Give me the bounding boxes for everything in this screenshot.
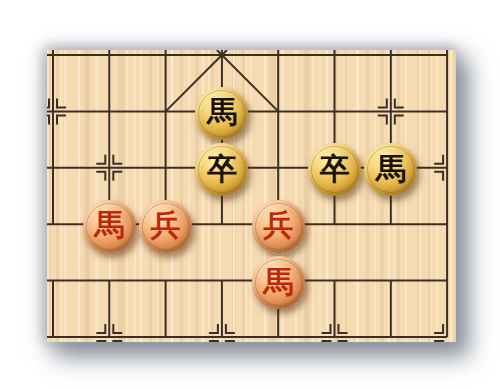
black-soldier[interactable]: 卒 xyxy=(308,143,361,196)
piece-character: 卒 xyxy=(320,154,350,184)
piece-character: 卒 xyxy=(207,154,237,184)
piece-character: 兵 xyxy=(263,210,293,240)
piece-character: 馬 xyxy=(376,154,406,184)
red-horse[interactable]: 馬 xyxy=(83,200,136,253)
piece-character: 馬 xyxy=(94,210,124,240)
piece-character: 馬 xyxy=(207,97,237,127)
xiangqi-board[interactable]: 馬卒卒馬馬兵兵馬 xyxy=(47,50,456,342)
red-soldier[interactable]: 兵 xyxy=(139,200,192,253)
black-horse[interactable]: 馬 xyxy=(195,87,248,140)
xiangqi-screenshot: 馬卒卒馬馬兵兵馬 xyxy=(0,0,500,389)
red-horse[interactable]: 馬 xyxy=(252,256,305,309)
piece-character: 兵 xyxy=(151,210,181,240)
board-grid xyxy=(47,50,456,342)
piece-character: 馬 xyxy=(263,267,293,297)
red-soldier[interactable]: 兵 xyxy=(252,200,305,253)
